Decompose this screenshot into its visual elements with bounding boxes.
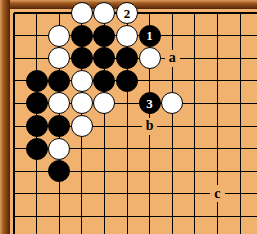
- grid-line-horizontal: [14, 216, 257, 217]
- white-stone: [93, 2, 115, 24]
- black-stone: [26, 138, 48, 160]
- white-stone: [48, 138, 70, 160]
- point-label-b: b: [142, 118, 157, 135]
- white-stone: [48, 25, 70, 47]
- black-stone-1: 1: [139, 25, 161, 47]
- white-stone: [93, 92, 115, 114]
- white-stone: [71, 115, 93, 137]
- black-stone: [26, 92, 48, 114]
- black-stone: [48, 160, 70, 182]
- point-label-c: c: [210, 185, 225, 202]
- board-edge-line-vertical: [13, 13, 15, 234]
- white-stone: [48, 47, 70, 69]
- board-left-edge: [0, 0, 10, 234]
- white-stone: [71, 2, 93, 24]
- black-stone: [48, 115, 70, 137]
- white-stone: [139, 47, 161, 69]
- grid-line-vertical: [194, 13, 195, 234]
- black-stone: [93, 47, 115, 69]
- go-board-diagram: abc 213: [0, 0, 257, 234]
- white-stone: [71, 70, 93, 92]
- white-stone: [161, 92, 183, 114]
- black-stone: [116, 47, 138, 69]
- white-stone-2: 2: [116, 2, 138, 24]
- white-stone: [48, 92, 70, 114]
- grid-line-vertical: [240, 13, 241, 234]
- point-label-a: a: [165, 50, 180, 67]
- black-stone: [71, 47, 93, 69]
- black-stone-3: 3: [139, 92, 161, 114]
- black-stone: [116, 70, 138, 92]
- black-stone: [93, 70, 115, 92]
- black-stone: [71, 25, 93, 47]
- black-stone: [93, 25, 115, 47]
- grid-line-vertical: [172, 13, 173, 234]
- white-stone: [116, 25, 138, 47]
- white-stone: [71, 92, 93, 114]
- black-stone: [26, 70, 48, 92]
- black-stone: [26, 115, 48, 137]
- black-stone: [48, 70, 70, 92]
